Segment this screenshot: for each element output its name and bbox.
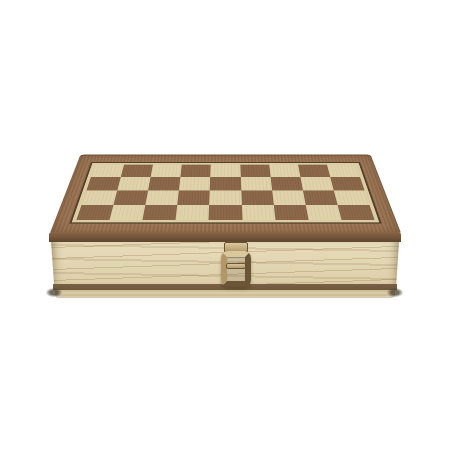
brass-clasp [218, 240, 254, 290]
board-square [337, 205, 374, 220]
board-square [303, 190, 338, 204]
board-square [181, 165, 211, 178]
board-square [146, 190, 180, 204]
board-square [148, 177, 180, 190]
board-square [240, 165, 270, 178]
board-square [240, 177, 271, 190]
board-square [210, 177, 241, 190]
clasp-bar [226, 263, 246, 269]
board-square [110, 205, 146, 220]
clasp-buckle [221, 251, 251, 287]
board-inlay-border [69, 162, 381, 224]
board-square [300, 177, 333, 190]
chess-box [0, 0, 449, 450]
board-square [305, 205, 341, 220]
board-square [334, 190, 370, 204]
product-photo [0, 0, 449, 450]
chess-board [76, 165, 374, 221]
corner-shadow-right [387, 288, 403, 297]
board-square [241, 190, 274, 204]
board-square [82, 190, 118, 204]
board-square [179, 177, 210, 190]
board-square [91, 165, 124, 178]
board-margin [76, 165, 374, 221]
board-square [330, 177, 364, 190]
board-square [209, 205, 242, 220]
board-square [86, 177, 120, 190]
corner-shadow-left [46, 288, 62, 297]
board-square [298, 165, 330, 178]
box-base-edge [55, 290, 395, 297]
board-square [269, 165, 300, 178]
board-square [143, 205, 178, 220]
box-lid-top [50, 154, 401, 233]
board-square [176, 205, 210, 220]
board-square [241, 205, 275, 220]
board-square [76, 205, 113, 220]
board-square [117, 177, 150, 190]
board-square [327, 165, 360, 178]
board-square [270, 177, 302, 190]
board-square [211, 165, 241, 178]
board-square [114, 190, 149, 204]
board-square [272, 190, 306, 204]
board-square [273, 205, 308, 220]
board-square [151, 165, 182, 178]
board-square [121, 165, 153, 178]
board-square [178, 190, 211, 204]
board-square [210, 190, 242, 204]
